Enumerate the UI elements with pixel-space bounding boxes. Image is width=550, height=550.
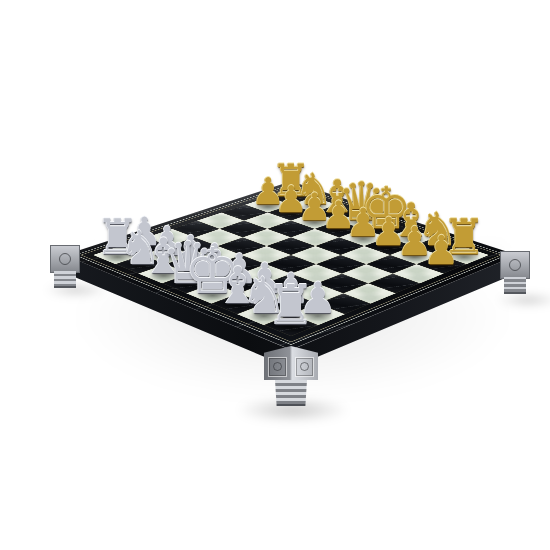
right-corner-leg <box>500 251 530 294</box>
front-leg-circle-left <box>273 362 282 371</box>
front-leg-circle-right <box>300 362 309 371</box>
board-playing-field <box>93 190 489 337</box>
right-leg-ridged-foot <box>504 277 526 294</box>
front-corner-leg <box>264 346 318 406</box>
front-leg-plate <box>264 346 318 380</box>
right-leg-engraved-ring <box>509 259 521 271</box>
product-photo: Product photo of a decorative Greek meta… <box>0 0 550 550</box>
left-corner-leg <box>50 245 80 288</box>
right-leg-plate <box>500 251 530 279</box>
right-leg-shadow <box>492 292 550 308</box>
board-frame <box>65 181 518 349</box>
left-leg-engraved-ring <box>59 253 71 265</box>
chess-board <box>65 181 518 349</box>
front-leg-ridged-foot <box>275 380 307 406</box>
left-leg-ridged-foot <box>54 271 76 288</box>
left-leg-plate <box>50 245 80 273</box>
photo-caption: Product photo of a decorative Greek meta… <box>0 0 1 1</box>
